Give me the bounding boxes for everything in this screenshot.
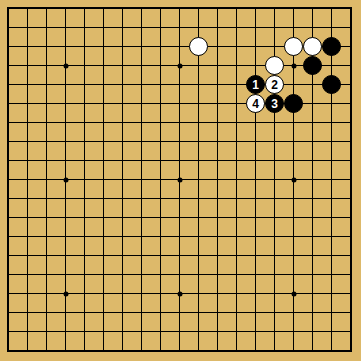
move-number-label: 4 — [252, 98, 259, 110]
stone-black[interactable] — [303, 56, 322, 75]
star-point — [291, 177, 296, 182]
star-point — [177, 177, 182, 182]
stone-white-move-2[interactable]: 2 — [265, 75, 284, 94]
move-number-label: 3 — [271, 98, 278, 110]
stone-black-move-1[interactable]: 1 — [246, 75, 265, 94]
board-grid-lines[interactable]: 1243 — [8, 8, 351, 351]
stone-black-move-3[interactable]: 3 — [265, 94, 284, 113]
star-point — [63, 63, 68, 68]
star-point — [63, 177, 68, 182]
stone-black[interactable] — [322, 75, 341, 94]
stone-white[interactable] — [303, 37, 322, 56]
stone-black[interactable] — [284, 94, 303, 113]
stone-white[interactable] — [189, 37, 208, 56]
star-point — [177, 63, 182, 68]
star-point — [291, 291, 296, 296]
stone-white[interactable] — [265, 56, 284, 75]
stone-white-move-4[interactable]: 4 — [246, 94, 265, 113]
stone-black[interactable] — [322, 37, 341, 56]
star-point — [291, 63, 296, 68]
star-point — [63, 291, 68, 296]
go-board[interactable]: 1243 — [0, 0, 361, 361]
move-number-label: 1 — [252, 79, 259, 91]
stone-white[interactable] — [284, 37, 303, 56]
move-number-label: 2 — [271, 79, 278, 91]
star-point — [177, 291, 182, 296]
